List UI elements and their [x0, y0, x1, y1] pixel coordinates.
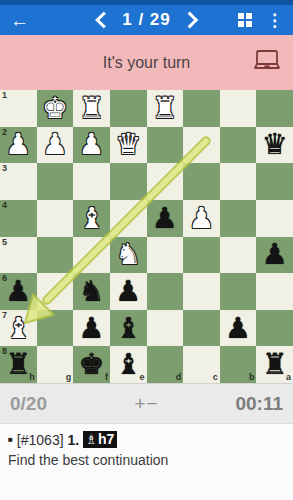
square-h2[interactable]: 2♟: [0, 127, 37, 164]
rank-label: 5: [2, 238, 7, 247]
square-d3[interactable]: [147, 163, 184, 200]
task-hint: Find the best continuation: [8, 452, 285, 468]
black-pawn: ♟: [115, 277, 141, 306]
square-h3[interactable]: 3: [0, 163, 37, 200]
white-pawn: ♟: [5, 130, 31, 159]
square-e6[interactable]: ♟: [110, 273, 147, 310]
square-d8[interactable]: d: [147, 346, 184, 383]
score-counter: 0/20: [10, 393, 47, 415]
square-g4[interactable]: [37, 200, 74, 237]
square-f5[interactable]: [73, 237, 110, 274]
square-g1[interactable]: ♚: [37, 90, 74, 127]
square-d6[interactable]: [147, 273, 184, 310]
file-label: f: [105, 373, 108, 382]
square-b3[interactable]: [220, 163, 257, 200]
app-bar: ← 1 / 29 ⋮: [0, 5, 293, 35]
square-d1[interactable]: ♜: [147, 90, 184, 127]
square-f7[interactable]: ♟: [73, 310, 110, 347]
rank-label: 7: [2, 311, 7, 320]
square-c2[interactable]: [183, 127, 220, 164]
square-f1[interactable]: ♜: [73, 90, 110, 127]
file-label: h: [29, 373, 35, 382]
square-a7[interactable]: [256, 310, 293, 347]
chess-board: 1♚♜♜2♟♟♟♛♛34♝♟♟5♞♟6♟♞♟7♝♟♝♟8h♜gf♚e♝dcba♜: [0, 90, 293, 383]
next-puzzle-icon[interactable]: [181, 12, 198, 29]
square-b1[interactable]: [220, 90, 257, 127]
black-knight: ♞: [79, 277, 105, 306]
square-h5[interactable]: 5: [0, 237, 37, 274]
square-g8[interactable]: g: [37, 346, 74, 383]
played-move-chip[interactable]: ♗ h7: [83, 431, 117, 448]
rank-label: 8: [2, 347, 7, 356]
problem-id: [#1063]: [17, 432, 64, 448]
square-b7[interactable]: ♟: [220, 310, 257, 347]
square-d7[interactable]: [147, 310, 184, 347]
black-pawn: ♟: [225, 314, 251, 343]
square-f8[interactable]: f♚: [73, 346, 110, 383]
white-bishop-icon: ♗: [85, 432, 97, 447]
square-g2[interactable]: ♟: [37, 127, 74, 164]
square-h6[interactable]: 6♟: [0, 273, 37, 310]
square-a4[interactable]: [256, 200, 293, 237]
move-square-text: h7: [98, 431, 114, 447]
square-c4[interactable]: ♟: [183, 200, 220, 237]
square-c7[interactable]: [183, 310, 220, 347]
file-label: b: [249, 373, 255, 382]
rank-label: 6: [2, 274, 7, 283]
engine-laptop-icon[interactable]: [252, 49, 282, 77]
puzzle-counter: 1 / 29: [122, 10, 171, 30]
white-pawn: ♟: [42, 130, 68, 159]
black-bishop: ♝: [115, 314, 141, 343]
file-label: c: [213, 373, 218, 382]
overflow-menu-icon[interactable]: ⋮: [266, 12, 283, 29]
white-bishop: ♝: [5, 314, 31, 343]
square-a8[interactable]: a♜: [256, 346, 293, 383]
square-b6[interactable]: [220, 273, 257, 310]
move-line: ■ [#1063] 1. ♗ h7: [8, 431, 285, 448]
black-pawn: ♟: [262, 240, 288, 269]
puzzle-list-grid-icon[interactable]: [238, 13, 252, 27]
black-queen: ♛: [262, 130, 288, 159]
black-rook: ♜: [5, 350, 31, 379]
square-f6[interactable]: ♞: [73, 273, 110, 310]
back-arrow-icon[interactable]: ←: [10, 11, 29, 30]
square-e4[interactable]: [110, 200, 147, 237]
white-bishop: ♝: [79, 204, 105, 233]
square-h1[interactable]: 1: [0, 90, 37, 127]
puzzle-info-panel: ■ [#1063] 1. ♗ h7 Find the best continua…: [0, 424, 293, 500]
rank-label: 3: [2, 164, 7, 173]
square-b4[interactable]: [220, 200, 257, 237]
timer: 00:11: [235, 393, 283, 415]
rank-label: 1: [2, 91, 7, 100]
square-g3[interactable]: [37, 163, 74, 200]
control-bar: 0/20 +− 00:11: [0, 383, 293, 424]
white-pawn: ♟: [188, 204, 214, 233]
square-b5[interactable]: [220, 237, 257, 274]
puzzle-navigation: 1 / 29: [97, 5, 196, 35]
square-e2[interactable]: ♛: [110, 127, 147, 164]
square-a5[interactable]: ♟: [256, 237, 293, 274]
turn-banner-text: It's your turn: [103, 54, 191, 72]
square-e1[interactable]: [110, 90, 147, 127]
square-d2[interactable]: [147, 127, 184, 164]
square-b8[interactable]: b: [220, 346, 257, 383]
square-f2[interactable]: ♟: [73, 127, 110, 164]
file-label: e: [139, 373, 144, 382]
square-c5[interactable]: [183, 237, 220, 274]
square-g7[interactable]: [37, 310, 74, 347]
rank-label: 2: [2, 128, 7, 137]
black-bishop: ♝: [115, 350, 141, 379]
square-g6[interactable]: [37, 273, 74, 310]
black-king: ♚: [79, 350, 105, 379]
black-pawn: ♟: [152, 204, 178, 233]
black-pawn: ♟: [5, 277, 31, 306]
square-h8[interactable]: 8h♜: [0, 346, 37, 383]
white-queen: ♛: [115, 130, 141, 159]
square-c1[interactable]: [183, 90, 220, 127]
square-c8[interactable]: c: [183, 346, 220, 383]
white-rook: ♜: [152, 94, 178, 123]
square-a2[interactable]: ♛: [256, 127, 293, 164]
square-a3[interactable]: [256, 163, 293, 200]
square-c3[interactable]: [183, 163, 220, 200]
square-g5[interactable]: [37, 237, 74, 274]
square-f4[interactable]: ♝: [73, 200, 110, 237]
file-label: a: [286, 373, 291, 382]
white-pawn: ♟: [79, 130, 105, 159]
square-b2[interactable]: [220, 127, 257, 164]
file-label: g: [66, 373, 72, 382]
white-knight: ♞: [115, 240, 141, 269]
square-f3[interactable]: [73, 163, 110, 200]
bullet-icon: ■: [8, 435, 13, 444]
turn-banner: It's your turn: [0, 35, 293, 90]
square-d5[interactable]: [147, 237, 184, 274]
previous-puzzle-icon[interactable]: [95, 12, 112, 29]
square-a6[interactable]: [256, 273, 293, 310]
square-a1[interactable]: [256, 90, 293, 127]
move-number: 1.: [68, 432, 80, 448]
rank-label: 4: [2, 201, 7, 210]
white-king: ♚: [42, 94, 68, 123]
square-d4[interactable]: ♟: [147, 200, 184, 237]
square-h7[interactable]: 7♝: [0, 310, 37, 347]
white-rook: ♜: [79, 94, 105, 123]
square-e7[interactable]: ♝: [110, 310, 147, 347]
black-pawn: ♟: [79, 314, 105, 343]
square-h4[interactable]: 4: [0, 200, 37, 237]
square-e8[interactable]: e♝: [110, 346, 147, 383]
black-rook: ♜: [262, 350, 288, 379]
file-label: d: [176, 373, 182, 382]
square-e5[interactable]: ♞: [110, 237, 147, 274]
square-c6[interactable]: [183, 273, 220, 310]
square-e3[interactable]: [110, 163, 147, 200]
plus-minus-button[interactable]: +−: [134, 393, 158, 415]
